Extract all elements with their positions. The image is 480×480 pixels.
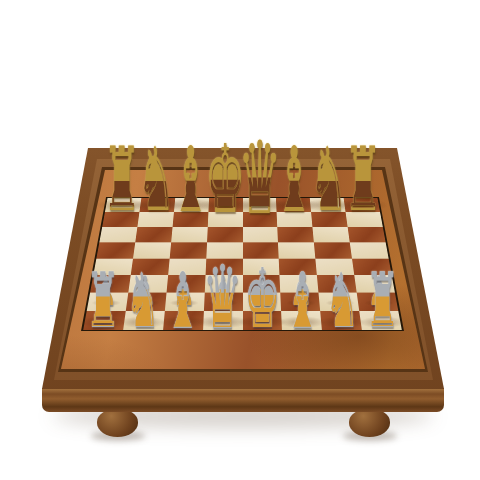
square-d2 bbox=[204, 293, 243, 311]
square-f4 bbox=[279, 258, 317, 275]
board-foot-right bbox=[349, 409, 390, 437]
square-g8 bbox=[310, 198, 346, 212]
square-g5 bbox=[314, 242, 352, 258]
square-d6 bbox=[207, 227, 243, 242]
square-c6 bbox=[171, 227, 207, 242]
square-b4 bbox=[131, 258, 170, 275]
square-a2 bbox=[87, 293, 128, 311]
square-f3 bbox=[280, 275, 319, 292]
square-b3 bbox=[128, 275, 168, 292]
square-b8 bbox=[139, 198, 175, 212]
chess-board bbox=[81, 197, 404, 331]
square-c4 bbox=[168, 258, 206, 275]
square-g3 bbox=[317, 275, 357, 292]
square-a1 bbox=[83, 311, 125, 330]
board-front-molding bbox=[42, 388, 444, 412]
square-h2 bbox=[357, 293, 398, 311]
square-a8 bbox=[105, 198, 141, 212]
square-e8 bbox=[243, 198, 277, 212]
square-g4 bbox=[316, 258, 355, 275]
square-b2 bbox=[126, 293, 167, 311]
square-h4 bbox=[352, 258, 392, 275]
square-f5 bbox=[278, 242, 315, 258]
board-foot-left bbox=[97, 409, 138, 437]
square-g2 bbox=[319, 293, 360, 311]
square-d1 bbox=[203, 311, 243, 330]
square-e1 bbox=[243, 311, 283, 330]
square-c5 bbox=[169, 242, 206, 258]
square-b1 bbox=[123, 311, 165, 330]
square-c8 bbox=[174, 198, 209, 212]
square-e7 bbox=[243, 212, 278, 227]
square-b7 bbox=[137, 212, 173, 227]
square-c2 bbox=[165, 293, 205, 311]
square-h8 bbox=[344, 198, 380, 212]
square-h3 bbox=[354, 275, 395, 292]
square-e4 bbox=[243, 258, 280, 275]
square-c7 bbox=[172, 212, 208, 227]
square-e3 bbox=[243, 275, 281, 292]
square-h5 bbox=[350, 242, 389, 258]
square-a5 bbox=[96, 242, 135, 258]
square-f6 bbox=[278, 227, 314, 242]
square-e2 bbox=[243, 293, 282, 311]
square-a6 bbox=[99, 227, 137, 242]
chess-set-photo: ♜♜♞♞♝♝♚♚♛♛♝♝♞♞♜♜♟♟♟♟♟♟♟♟♟♟♟♟♟♟♟♟♜♜♞♞♝♝♛♛… bbox=[0, 0, 480, 480]
square-c1 bbox=[163, 311, 204, 330]
square-e6 bbox=[243, 227, 279, 242]
square-f7 bbox=[277, 212, 313, 227]
square-d8 bbox=[208, 198, 242, 212]
square-d5 bbox=[206, 242, 243, 258]
square-a7 bbox=[102, 212, 139, 227]
square-e5 bbox=[243, 242, 280, 258]
square-a3 bbox=[90, 275, 131, 292]
square-h6 bbox=[348, 227, 386, 242]
square-f2 bbox=[281, 293, 321, 311]
square-b5 bbox=[133, 242, 171, 258]
square-d3 bbox=[204, 275, 242, 292]
square-f8 bbox=[276, 198, 311, 212]
square-h1 bbox=[359, 311, 401, 330]
square-g1 bbox=[320, 311, 362, 330]
square-h7 bbox=[346, 212, 383, 227]
square-c3 bbox=[166, 275, 205, 292]
square-d4 bbox=[205, 258, 242, 275]
square-a4 bbox=[93, 258, 133, 275]
square-g7 bbox=[311, 212, 347, 227]
square-b6 bbox=[135, 227, 172, 242]
square-f1 bbox=[281, 311, 322, 330]
square-g6 bbox=[313, 227, 350, 242]
square-d7 bbox=[207, 212, 242, 227]
